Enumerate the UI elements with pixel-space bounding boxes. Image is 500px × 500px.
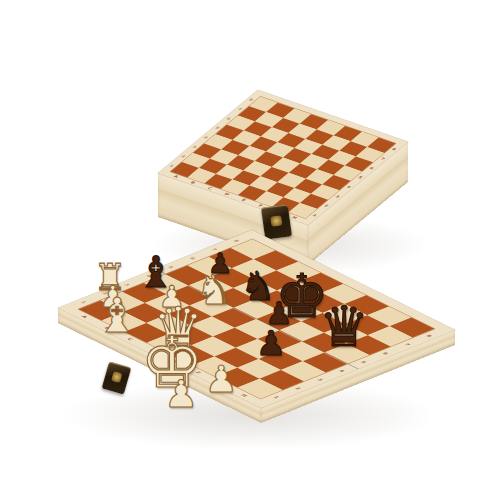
- coordinate-label: C: [126, 337, 134, 341]
- coordinate-label: 5: [167, 265, 175, 269]
- coordinate-label: 4: [145, 274, 153, 278]
- coordinate-label: 5: [360, 360, 368, 364]
- coordinate-label: 7: [403, 343, 411, 347]
- coordinate-label: A: [173, 175, 180, 179]
- coordinate-label: 7: [211, 248, 219, 252]
- coordinate-label: 4: [203, 136, 209, 140]
- coordinate-label: 8: [248, 98, 254, 102]
- coordinate-label: 3: [191, 145, 197, 149]
- coordinate-label: 2: [101, 292, 109, 296]
- coordinate-label: 7: [380, 157, 386, 161]
- box-clasp: [261, 204, 292, 239]
- coordinate-label: 1: [80, 300, 88, 304]
- coordinate-label: 1: [169, 164, 175, 168]
- coordinate-label: 6: [368, 166, 374, 170]
- coordinate-label: F: [194, 371, 202, 374]
- coordinate-label: 3: [123, 283, 131, 287]
- coordinate-label: 4: [338, 369, 346, 373]
- coordinate-label: 6: [382, 352, 390, 356]
- coordinate-label: 2: [180, 154, 186, 158]
- coordinate-label: B: [190, 180, 197, 184]
- coordinate-label: H: [240, 393, 249, 397]
- coordinate-label: 6: [225, 117, 231, 121]
- coordinate-label: B: [103, 326, 111, 330]
- coordinate-label: G: [217, 382, 226, 386]
- coordinate-label: H: [291, 216, 298, 220]
- chess-set-product-photo: ABCDEFGH 12345678 12345678 ABCDEFGH 1234…: [0, 0, 500, 500]
- coordinate-label: E: [241, 198, 247, 202]
- coordinate-label: 1: [273, 395, 281, 399]
- coordinate-label: 5: [357, 176, 363, 180]
- coordinate-label: 2: [323, 204, 329, 208]
- coordinate-label: 8: [425, 334, 433, 338]
- coordinate-label: E: [172, 360, 180, 363]
- coordinate-label: 6: [189, 257, 197, 261]
- coordinate-label: 4: [346, 185, 352, 189]
- coordinate-label: C: [207, 186, 214, 190]
- coordinate-label: 5: [214, 126, 220, 130]
- coordinate-label: 7: [237, 107, 243, 111]
- coordinate-label: A: [80, 315, 88, 319]
- coordinate-label: 8: [391, 147, 397, 151]
- coordinate-label: 3: [316, 378, 324, 382]
- coordinate-label: 8: [232, 239, 240, 243]
- coordinate-label: D: [223, 192, 230, 196]
- coordinate-label: 1: [312, 213, 318, 217]
- coordinate-label: 2: [294, 387, 302, 391]
- coordinate-label: D: [149, 349, 158, 353]
- coordinate-label: 3: [334, 194, 340, 198]
